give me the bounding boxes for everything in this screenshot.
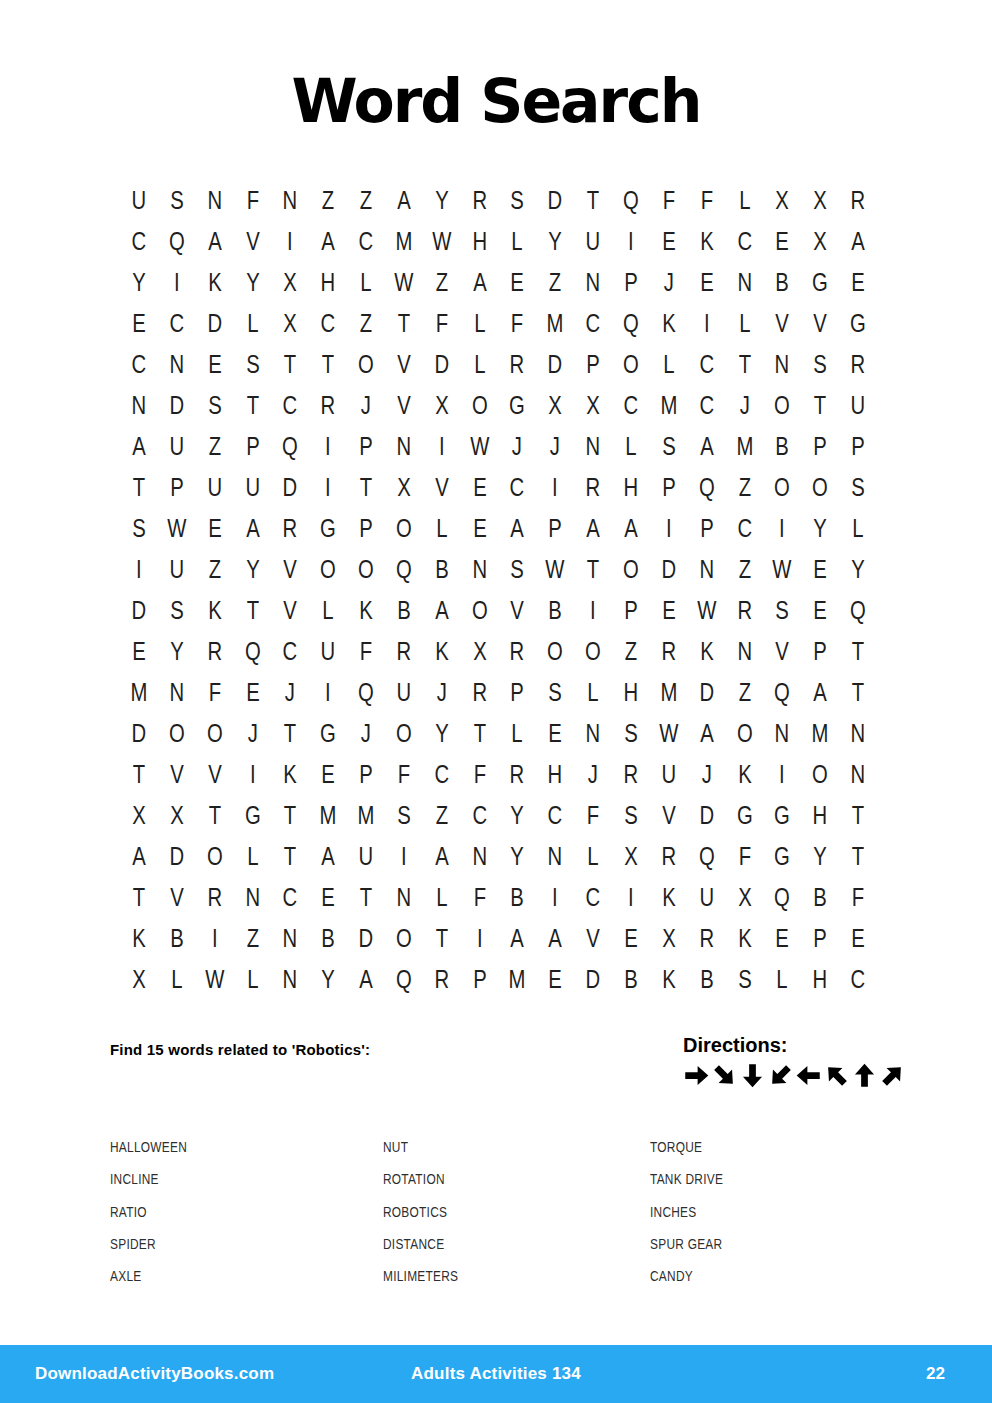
- grid-cell: A: [200, 221, 230, 262]
- grid-cell: M: [541, 303, 571, 344]
- grid-cell: T: [351, 877, 381, 918]
- grid-cell: D: [654, 549, 684, 590]
- grid-cell: E: [465, 508, 495, 549]
- word-item: SPUR GEAR: [650, 1228, 723, 1260]
- grid-cell: O: [465, 385, 495, 426]
- grid-cell: I: [427, 426, 457, 467]
- grid-cell: J: [654, 262, 684, 303]
- grid-cell: C: [541, 795, 571, 836]
- grid-cell: N: [276, 180, 306, 221]
- word-item: HALLOWEEN: [110, 1131, 187, 1163]
- grid-cell: D: [124, 590, 154, 631]
- grid-cell: K: [200, 262, 230, 303]
- grid-cell: Z: [616, 631, 646, 672]
- grid-cell: Y: [503, 795, 533, 836]
- grid-cell: S: [616, 713, 646, 754]
- grid-cell: I: [578, 590, 608, 631]
- grid-cell: M: [654, 385, 684, 426]
- grid-cell: O: [200, 836, 230, 877]
- grid-cell: W: [162, 508, 192, 549]
- grid-cell: N: [124, 385, 154, 426]
- word-item: INCHES: [650, 1196, 723, 1228]
- grid-cell: C: [465, 795, 495, 836]
- grid-cell: N: [276, 918, 306, 959]
- grid-cell: H: [616, 672, 646, 713]
- grid-cell: C: [503, 467, 533, 508]
- grid-cell: N: [200, 180, 230, 221]
- grid-cell: Q: [768, 672, 798, 713]
- grid-cell: W: [692, 590, 722, 631]
- grid-cell: K: [692, 221, 722, 262]
- grid-cell: R: [503, 754, 533, 795]
- grid-cell: X: [654, 918, 684, 959]
- grid-cell: V: [503, 590, 533, 631]
- grid-cell: L: [616, 426, 646, 467]
- grid-cell: B: [389, 590, 419, 631]
- grid-cell: J: [427, 672, 457, 713]
- grid-cell: Y: [805, 836, 835, 877]
- grid-cell: S: [162, 180, 192, 221]
- grid-cell: Q: [616, 180, 646, 221]
- word-item: MILIMETERS: [383, 1260, 458, 1292]
- grid-cell: G: [503, 385, 533, 426]
- grid-cell: E: [541, 959, 571, 1000]
- grid-cell: I: [616, 877, 646, 918]
- grid-cell: T: [578, 549, 608, 590]
- grid-cell: Q: [351, 672, 381, 713]
- grid-cell: X: [276, 262, 306, 303]
- grid-cell: I: [654, 508, 684, 549]
- grid-cell: J: [276, 672, 306, 713]
- grid-cell: H: [313, 262, 343, 303]
- grid-cell: V: [200, 754, 230, 795]
- grid-cell: O: [805, 754, 835, 795]
- grid-cell: E: [843, 918, 873, 959]
- grid-cell: X: [730, 877, 760, 918]
- grid-cell: C: [427, 754, 457, 795]
- grid-cell: R: [843, 180, 873, 221]
- grid-cell: K: [730, 918, 760, 959]
- grid-cell: Q: [389, 959, 419, 1000]
- letter-grid: USNFNZZAYRSDTQFFLXXRCQAVIACMWHLYUIEKCEXA…: [120, 180, 877, 1000]
- grid-cell: E: [654, 221, 684, 262]
- grid-cell: V: [427, 467, 457, 508]
- grid-cell: O: [351, 344, 381, 385]
- grid-cell: G: [805, 262, 835, 303]
- grid-cell: S: [768, 590, 798, 631]
- grid-cell: U: [351, 836, 381, 877]
- grid-cell: A: [692, 426, 722, 467]
- grid-cell: E: [313, 877, 343, 918]
- grid-cell: P: [162, 467, 192, 508]
- grid-cell: F: [730, 836, 760, 877]
- grid-cell: S: [541, 672, 571, 713]
- grid-cell: N: [692, 549, 722, 590]
- grid-cell: V: [162, 754, 192, 795]
- grid-cell: N: [238, 877, 268, 918]
- grid-cell: E: [654, 590, 684, 631]
- grid-cell: Y: [238, 549, 268, 590]
- worksheet-page: Word Search USNFNZZAYRSDTQFFLXXRCQAVIACM…: [0, 0, 992, 1403]
- grid-cell: L: [503, 221, 533, 262]
- grid-cell: F: [465, 754, 495, 795]
- grid-cell: U: [692, 877, 722, 918]
- grid-cell: U: [654, 754, 684, 795]
- grid-cell: M: [124, 672, 154, 713]
- grid-cell: T: [351, 467, 381, 508]
- grid-cell: X: [578, 385, 608, 426]
- grid-cell: Z: [427, 795, 457, 836]
- grid-cell: L: [162, 959, 192, 1000]
- arrow-up-right-icon: [879, 1062, 906, 1089]
- grid-cell: D: [427, 344, 457, 385]
- grid-cell: E: [805, 590, 835, 631]
- grid-cell: H: [465, 221, 495, 262]
- grid-cell: T: [843, 836, 873, 877]
- grid-cell: I: [692, 303, 722, 344]
- grid-cell: F: [389, 754, 419, 795]
- grid-cell: O: [578, 631, 608, 672]
- grid-cell: T: [124, 467, 154, 508]
- grid-cell: N: [578, 713, 608, 754]
- grid-cell: A: [843, 221, 873, 262]
- grid-cell: I: [313, 467, 343, 508]
- grid-cell: K: [276, 754, 306, 795]
- grid-cell: F: [692, 180, 722, 221]
- grid-cell: N: [578, 262, 608, 303]
- grid-cell: X: [768, 180, 798, 221]
- grid-cell: R: [578, 467, 608, 508]
- grid-cell: A: [503, 918, 533, 959]
- grid-cell: B: [427, 549, 457, 590]
- grid-cell: O: [200, 713, 230, 754]
- grid-cell: P: [616, 590, 646, 631]
- grid-cell: N: [465, 836, 495, 877]
- arrow-down-left-icon: [767, 1062, 794, 1089]
- grid-cell: Q: [162, 221, 192, 262]
- grid-cell: S: [200, 385, 230, 426]
- grid-cell: T: [124, 754, 154, 795]
- grid-cell: N: [389, 426, 419, 467]
- grid-cell: V: [162, 877, 192, 918]
- grid-cell: J: [692, 754, 722, 795]
- grid-cell: R: [503, 631, 533, 672]
- grid-cell: K: [654, 303, 684, 344]
- grid-cell: K: [692, 631, 722, 672]
- directions-label: Directions:: [683, 1034, 906, 1057]
- grid-cell: X: [389, 467, 419, 508]
- grid-cell: C: [616, 385, 646, 426]
- grid-cell: M: [805, 713, 835, 754]
- grid-cell: O: [541, 631, 571, 672]
- grid-cell: Z: [238, 918, 268, 959]
- grid-cell: U: [578, 221, 608, 262]
- grid-cell: U: [313, 631, 343, 672]
- grid-cell: P: [238, 426, 268, 467]
- grid-cell: N: [162, 344, 192, 385]
- grid-cell: I: [313, 672, 343, 713]
- grid-cell: Q: [276, 426, 306, 467]
- grid-cell: T: [124, 877, 154, 918]
- grid-cell: W: [768, 549, 798, 590]
- grid-cell: E: [313, 754, 343, 795]
- grid-cell: Z: [730, 549, 760, 590]
- grid-cell: F: [654, 180, 684, 221]
- grid-cell: E: [768, 918, 798, 959]
- grid-cell: L: [768, 959, 798, 1000]
- grid-cell: K: [200, 590, 230, 631]
- grid-cell: O: [389, 508, 419, 549]
- arrow-down-right-icon: [711, 1062, 738, 1089]
- grid-cell: R: [843, 344, 873, 385]
- word-item: DISTANCE: [383, 1228, 458, 1260]
- grid-cell: P: [692, 508, 722, 549]
- grid-cell: W: [427, 221, 457, 262]
- grid-cell: I: [162, 262, 192, 303]
- grid-cell: J: [730, 385, 760, 426]
- grid-cell: P: [805, 426, 835, 467]
- grid-cell: R: [313, 385, 343, 426]
- grid-cell: D: [351, 918, 381, 959]
- grid-cell: B: [162, 918, 192, 959]
- grid-cell: W: [389, 262, 419, 303]
- grid-cell: K: [427, 631, 457, 672]
- grid-cell: A: [313, 836, 343, 877]
- grid-cell: V: [389, 344, 419, 385]
- grid-cell: L: [238, 836, 268, 877]
- grid-cell: Z: [351, 180, 381, 221]
- grid-cell: C: [351, 221, 381, 262]
- grid-cell: L: [427, 877, 457, 918]
- grid-cell: P: [351, 754, 381, 795]
- grid-cell: T: [578, 180, 608, 221]
- grid-cell: I: [200, 918, 230, 959]
- grid-cell: T: [200, 795, 230, 836]
- grid-cell: Q: [389, 549, 419, 590]
- grid-cell: Z: [427, 262, 457, 303]
- grid-cell: Q: [692, 467, 722, 508]
- grid-cell: V: [389, 385, 419, 426]
- grid-cell: B: [503, 877, 533, 918]
- grid-cell: O: [389, 918, 419, 959]
- grid-cell: G: [843, 303, 873, 344]
- grid-cell: C: [578, 877, 608, 918]
- grid-cell: D: [692, 672, 722, 713]
- grid-cell: T: [313, 344, 343, 385]
- grid-cell: X: [162, 795, 192, 836]
- grid-cell: F: [427, 303, 457, 344]
- grid-cell: R: [654, 836, 684, 877]
- grid-cell: X: [124, 795, 154, 836]
- grid-cell: P: [503, 672, 533, 713]
- grid-cell: A: [389, 180, 419, 221]
- word-item: INCLINE: [110, 1163, 187, 1195]
- grid-cell: F: [843, 877, 873, 918]
- grid-cell: E: [200, 344, 230, 385]
- grid-cell: X: [276, 303, 306, 344]
- grid-cell: C: [276, 631, 306, 672]
- grid-cell: T: [238, 385, 268, 426]
- grid-cell: S: [805, 344, 835, 385]
- grid-cell: K: [351, 590, 381, 631]
- grid-cell: U: [200, 467, 230, 508]
- grid-cell: A: [616, 508, 646, 549]
- grid-cell: F: [503, 303, 533, 344]
- grid-cell: V: [238, 221, 268, 262]
- word-item: NUT: [383, 1131, 458, 1163]
- grid-cell: A: [351, 959, 381, 1000]
- grid-cell: N: [730, 631, 760, 672]
- directions-block: Directions:: [683, 1034, 906, 1089]
- grid-cell: C: [730, 221, 760, 262]
- grid-cell: U: [238, 467, 268, 508]
- grid-cell: P: [805, 918, 835, 959]
- grid-cell: A: [238, 508, 268, 549]
- grid-cell: R: [427, 959, 457, 1000]
- grid-cell: X: [805, 180, 835, 221]
- grid-cell: L: [465, 344, 495, 385]
- grid-cell: J: [503, 426, 533, 467]
- word-item: SPIDER: [110, 1228, 187, 1260]
- grid-cell: M: [503, 959, 533, 1000]
- grid-cell: C: [162, 303, 192, 344]
- grid-cell: R: [200, 877, 230, 918]
- grid-cell: N: [276, 959, 306, 1000]
- grid-cell: G: [768, 795, 798, 836]
- grid-cell: B: [616, 959, 646, 1000]
- grid-cell: P: [465, 959, 495, 1000]
- grid-cell: C: [313, 303, 343, 344]
- grid-cell: Y: [843, 549, 873, 590]
- grid-cell: S: [124, 508, 154, 549]
- grid-cell: V: [768, 303, 798, 344]
- grid-cell: E: [692, 262, 722, 303]
- grid-cell: L: [238, 303, 268, 344]
- grid-cell: P: [654, 467, 684, 508]
- grid-cell: M: [313, 795, 343, 836]
- grid-cell: B: [768, 262, 798, 303]
- grid-cell: A: [578, 508, 608, 549]
- grid-cell: M: [730, 426, 760, 467]
- grid-cell: Z: [541, 262, 571, 303]
- grid-cell: S: [389, 795, 419, 836]
- grid-cell: M: [351, 795, 381, 836]
- grid-cell: R: [503, 344, 533, 385]
- grid-cell: Y: [503, 836, 533, 877]
- grid-cell: E: [238, 672, 268, 713]
- grid-cell: K: [730, 754, 760, 795]
- word-item: AXLE: [110, 1260, 187, 1292]
- grid-cell: L: [843, 508, 873, 549]
- grid-cell: L: [578, 836, 608, 877]
- grid-cell: N: [578, 426, 608, 467]
- grid-cell: I: [541, 877, 571, 918]
- grid-cell: S: [843, 467, 873, 508]
- grid-cell: R: [654, 631, 684, 672]
- grid-cell: L: [654, 344, 684, 385]
- grid-cell: N: [162, 672, 192, 713]
- grid-cell: L: [503, 713, 533, 754]
- grid-cell: E: [465, 467, 495, 508]
- grid-cell: P: [351, 508, 381, 549]
- grid-cell: W: [654, 713, 684, 754]
- grid-cell: D: [200, 303, 230, 344]
- grid-cell: P: [351, 426, 381, 467]
- grid-cell: B: [313, 918, 343, 959]
- footer-book-title: Adults Activities 134: [0, 1364, 992, 1384]
- grid-cell: Z: [730, 672, 760, 713]
- grid-cell: T: [276, 795, 306, 836]
- grid-cell: L: [313, 590, 343, 631]
- grid-cell: F: [238, 180, 268, 221]
- grid-cell: O: [768, 467, 798, 508]
- grid-cell: L: [465, 303, 495, 344]
- grid-cell: O: [351, 549, 381, 590]
- grid-cell: E: [503, 262, 533, 303]
- grid-cell: C: [276, 385, 306, 426]
- grid-cell: F: [465, 877, 495, 918]
- grid-cell: Y: [162, 631, 192, 672]
- grid-cell: T: [805, 385, 835, 426]
- grid-cell: V: [276, 549, 306, 590]
- grid-cell: J: [351, 713, 381, 754]
- grid-cell: S: [616, 795, 646, 836]
- grid-cell: E: [200, 508, 230, 549]
- grid-cell: Z: [313, 180, 343, 221]
- grid-cell: Y: [541, 221, 571, 262]
- grid-cell: T: [843, 631, 873, 672]
- word-item: TANK DRIVE: [650, 1163, 723, 1195]
- grid-cell: X: [541, 385, 571, 426]
- word-list-column-2: NUTROTATIONROBOTICSDISTANCEMILIMETERS: [383, 1131, 472, 1292]
- grid-cell: I: [465, 918, 495, 959]
- grid-cell: A: [313, 221, 343, 262]
- grid-cell: E: [124, 303, 154, 344]
- grid-cell: T: [389, 303, 419, 344]
- grid-cell: D: [578, 959, 608, 1000]
- grid-cell: S: [654, 426, 684, 467]
- grid-cell: Z: [200, 549, 230, 590]
- grid-cell: Z: [730, 467, 760, 508]
- grid-cell: Q: [843, 590, 873, 631]
- grid-cell: E: [124, 631, 154, 672]
- grid-cell: N: [768, 713, 798, 754]
- grid-cell: S: [162, 590, 192, 631]
- grid-cell: G: [768, 836, 798, 877]
- grid-cell: L: [427, 508, 457, 549]
- grid-cell: H: [805, 795, 835, 836]
- word-item: ROBOTICS: [383, 1196, 458, 1228]
- grid-cell: T: [843, 672, 873, 713]
- grid-cell: K: [654, 877, 684, 918]
- grid-cell: E: [768, 221, 798, 262]
- grid-cell: I: [389, 836, 419, 877]
- grid-cell: R: [200, 631, 230, 672]
- grid-cell: D: [162, 385, 192, 426]
- grid-cell: D: [541, 180, 571, 221]
- grid-cell: R: [730, 590, 760, 631]
- grid-cell: I: [124, 549, 154, 590]
- grid-cell: N: [768, 344, 798, 385]
- grid-cell: R: [389, 631, 419, 672]
- grid-cell: T: [238, 590, 268, 631]
- grid-cell: Z: [200, 426, 230, 467]
- grid-cell: I: [768, 754, 798, 795]
- word-item: CANDY: [650, 1260, 723, 1292]
- grid-cell: O: [389, 713, 419, 754]
- grid-cell: P: [805, 631, 835, 672]
- grid-cell: E: [805, 549, 835, 590]
